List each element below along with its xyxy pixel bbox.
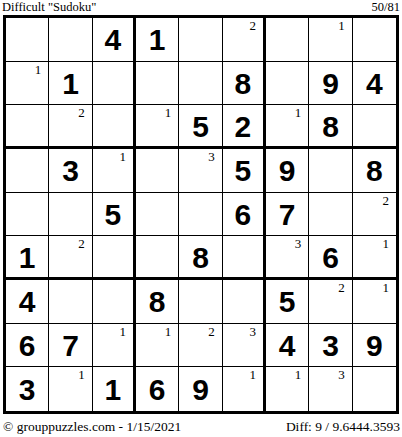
cell-r8c1[interactable]: 6 (6, 324, 49, 368)
given-digit: 6 (149, 375, 166, 405)
corner-mark: 3 (249, 325, 256, 338)
cell-r9c3[interactable]: 1 (93, 367, 136, 411)
cell-r1c3[interactable]: 4 (93, 18, 136, 62)
cell-r4c8[interactable] (309, 149, 352, 193)
given-digit: 6 (322, 243, 339, 273)
cell-r4c6[interactable]: 5 (223, 149, 266, 193)
corner-mark: 1 (119, 325, 126, 338)
cell-r8c2[interactable]: 7 (49, 324, 92, 368)
cell-r7c6[interactable] (223, 280, 266, 324)
cell-r9c9[interactable] (353, 367, 396, 411)
cell-r5c4[interactable] (136, 193, 179, 237)
corner-mark: 1 (165, 106, 172, 119)
cell-r5c5[interactable] (179, 193, 222, 237)
corner-mark: 3 (338, 368, 345, 381)
corner-mark: 1 (295, 106, 302, 119)
corner-mark: 1 (382, 281, 389, 294)
cell-r8c8[interactable]: 3 (309, 324, 352, 368)
cell-r7c7[interactable]: 5 (266, 280, 309, 324)
cell-r7c3[interactable] (93, 280, 136, 324)
cell-r4c4[interactable] (136, 149, 179, 193)
given-digit: 3 (62, 156, 79, 186)
difficulty-text: Diff: 9 / 9.6444.3593 (286, 419, 400, 435)
cell-r2c7[interactable] (266, 62, 309, 106)
given-digit: 9 (192, 375, 209, 405)
given-digit: 8 (192, 243, 209, 273)
given-digit: 7 (279, 200, 296, 230)
cell-r8c6[interactable]: 3 (223, 324, 266, 368)
cell-r2c9[interactable]: 4 (353, 62, 396, 106)
cell-r4c2[interactable]: 3 (49, 149, 92, 193)
cell-r1c4[interactable]: 1 (136, 18, 179, 62)
given-digit: 6 (19, 331, 36, 361)
corner-mark: 1 (338, 19, 345, 32)
cell-r2c5[interactable] (179, 62, 222, 106)
cell-r7c5[interactable] (179, 280, 222, 324)
cell-r3c9[interactable] (353, 105, 396, 149)
corner-mark: 3 (295, 237, 302, 250)
corner-mark: 1 (78, 368, 85, 381)
cell-r8c3[interactable]: 1 (93, 324, 136, 368)
corner-mark: 1 (249, 368, 256, 381)
cell-r4c3[interactable]: 1 (93, 149, 136, 193)
cell-r5c3[interactable]: 5 (93, 193, 136, 237)
given-digit: 5 (234, 156, 251, 186)
cell-r6c7[interactable]: 3 (266, 236, 309, 280)
corner-mark: 3 (208, 150, 215, 163)
given-digit: 1 (19, 243, 36, 273)
given-digit: 7 (62, 331, 79, 361)
cell-r2c2[interactable]: 1 (49, 62, 92, 106)
cell-r6c6[interactable] (223, 236, 266, 280)
cell-r8c5[interactable]: 2 (179, 324, 222, 368)
cell-r2c6[interactable]: 8 (223, 62, 266, 106)
corner-mark: 2 (78, 237, 85, 250)
given-digit: 8 (366, 156, 383, 186)
empty-cell-counter: 50/81 (372, 0, 400, 14)
corner-mark: 2 (78, 106, 85, 119)
cell-r3c1[interactable] (6, 105, 49, 149)
cell-r3c3[interactable] (93, 105, 136, 149)
given-digit: 9 (366, 331, 383, 361)
cell-r9c1[interactable]: 3 (6, 367, 49, 411)
given-digit: 5 (279, 287, 296, 317)
corner-mark: 2 (382, 194, 389, 207)
cell-r1c9[interactable] (353, 18, 396, 62)
corner-mark: 2 (338, 281, 345, 294)
cell-r8c9[interactable]: 9 (353, 324, 396, 368)
cell-r3c5[interactable]: 5 (179, 105, 222, 149)
cell-r1c8[interactable]: 1 (309, 18, 352, 62)
cell-r7c2[interactable] (49, 280, 92, 324)
given-digit: 5 (192, 112, 209, 142)
cell-r5c1[interactable] (6, 193, 49, 237)
cell-r7c8[interactable]: 2 (309, 280, 352, 324)
cell-r9c7[interactable]: 1 (266, 367, 309, 411)
cell-r6c5[interactable]: 8 (179, 236, 222, 280)
cell-r3c4[interactable]: 1 (136, 105, 179, 149)
given-digit: 4 (19, 287, 36, 317)
cell-r6c3[interactable] (93, 236, 136, 280)
cell-r6c9[interactable]: 1 (353, 236, 396, 280)
given-digit: 8 (234, 69, 251, 99)
cell-r5c8[interactable] (309, 193, 352, 237)
cell-r1c1[interactable] (6, 18, 49, 62)
cell-r5c9[interactable]: 2 (353, 193, 396, 237)
cell-r5c7[interactable]: 7 (266, 193, 309, 237)
corner-mark: 1 (165, 325, 172, 338)
given-digit: 3 (19, 375, 36, 405)
given-digit: 4 (279, 331, 296, 361)
cell-r6c2[interactable]: 2 (49, 236, 92, 280)
cell-r9c8[interactable]: 3 (309, 367, 352, 411)
copyright-text: © grouppuzzles.com - 1/15/2021 (3, 419, 181, 435)
cell-r6c1[interactable]: 1 (6, 236, 49, 280)
cell-r1c5[interactable] (179, 18, 222, 62)
corner-mark: 1 (295, 368, 302, 381)
given-digit: 5 (104, 200, 121, 230)
sudoku-page: Difficult "Sudoku" 50/81 412111894215218… (0, 0, 402, 437)
cell-r1c7[interactable] (266, 18, 309, 62)
cell-r7c9[interactable]: 1 (353, 280, 396, 324)
cell-r9c4[interactable]: 6 (136, 367, 179, 411)
cell-r8c7[interactable]: 4 (266, 324, 309, 368)
given-digit: 1 (149, 25, 166, 55)
given-digit: 1 (62, 69, 79, 99)
cell-r2c4[interactable] (136, 62, 179, 106)
cell-r2c8[interactable]: 9 (309, 62, 352, 106)
cell-r7c1[interactable]: 4 (6, 280, 49, 324)
cell-r8c4[interactable]: 1 (136, 324, 179, 368)
puzzle-title: Difficult "Sudoku" (2, 0, 96, 14)
cell-r5c6[interactable]: 6 (223, 193, 266, 237)
footer: © grouppuzzles.com - 1/15/2021 Diff: 9 /… (0, 418, 402, 437)
corner-mark: 2 (249, 19, 256, 32)
cell-r3c6[interactable]: 2 (223, 105, 266, 149)
cell-r1c2[interactable] (49, 18, 92, 62)
cell-r3c8[interactable]: 8 (309, 105, 352, 149)
cell-r9c6[interactable]: 1 (223, 367, 266, 411)
cell-r2c1[interactable]: 1 (6, 62, 49, 106)
given-digit: 8 (322, 112, 339, 142)
cell-r3c7[interactable]: 1 (266, 105, 309, 149)
cell-r4c5[interactable]: 3 (179, 149, 222, 193)
corner-mark: 1 (35, 63, 42, 76)
sudoku-board: 4121118942152183135985672128361485216711… (3, 15, 399, 414)
given-digit: 9 (279, 156, 296, 186)
corner-mark: 1 (119, 150, 126, 163)
cell-r9c2[interactable]: 1 (49, 367, 92, 411)
cell-r6c8[interactable]: 6 (309, 236, 352, 280)
cell-r5c2[interactable] (49, 193, 92, 237)
given-digit: 2 (234, 112, 251, 142)
given-digit: 8 (149, 287, 166, 317)
cell-r4c1[interactable] (6, 149, 49, 193)
given-digit: 4 (104, 25, 121, 55)
cell-r4c7[interactable]: 9 (266, 149, 309, 193)
cell-r3c2[interactable]: 2 (49, 105, 92, 149)
cell-r4c9[interactable]: 8 (353, 149, 396, 193)
given-digit: 6 (234, 200, 251, 230)
given-digit: 9 (322, 69, 339, 99)
given-digit: 1 (104, 375, 121, 405)
cell-r1c6[interactable]: 2 (223, 18, 266, 62)
given-digit: 3 (322, 331, 339, 361)
cell-r7c4[interactable]: 8 (136, 280, 179, 324)
cell-r6c4[interactable] (136, 236, 179, 280)
corner-mark: 2 (208, 325, 215, 338)
corner-mark: 1 (382, 237, 389, 250)
header: Difficult "Sudoku" 50/81 (0, 0, 402, 15)
cell-r2c3[interactable] (93, 62, 136, 106)
cell-r9c5[interactable]: 9 (179, 367, 222, 411)
given-digit: 4 (366, 69, 383, 99)
